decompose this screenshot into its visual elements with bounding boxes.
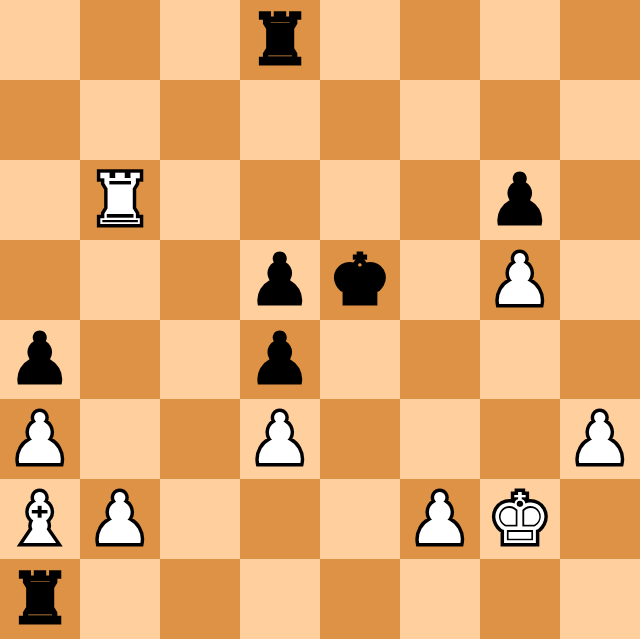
square-d7[interactable] [240, 80, 320, 160]
square-e2[interactable] [320, 479, 400, 559]
square-a3[interactable] [0, 399, 80, 479]
black-pawn-g6[interactable] [485, 165, 555, 235]
square-c7[interactable] [160, 80, 240, 160]
square-e5[interactable] [320, 240, 400, 320]
square-c5[interactable] [160, 240, 240, 320]
square-f5[interactable] [400, 240, 480, 320]
square-g5[interactable] [480, 240, 560, 320]
white-pawn-h3[interactable] [565, 404, 635, 474]
square-h4[interactable] [560, 320, 640, 400]
square-a8[interactable] [0, 0, 80, 80]
square-f1[interactable] [400, 559, 480, 639]
square-g6[interactable] [480, 160, 560, 240]
square-d1[interactable] [240, 559, 320, 639]
square-g7[interactable] [480, 80, 560, 160]
black-pawn-a4[interactable] [5, 324, 75, 394]
chess-board [0, 0, 640, 639]
black-king-e5[interactable] [325, 245, 395, 315]
white-pawn-g5[interactable] [485, 245, 555, 315]
square-e6[interactable] [320, 160, 400, 240]
square-a1[interactable] [0, 559, 80, 639]
black-rook-a1[interactable] [5, 564, 75, 634]
square-e8[interactable] [320, 0, 400, 80]
square-f2[interactable] [400, 479, 480, 559]
square-b5[interactable] [80, 240, 160, 320]
square-g1[interactable] [480, 559, 560, 639]
black-rook-d8[interactable] [245, 5, 315, 75]
square-c3[interactable] [160, 399, 240, 479]
white-pawn-d3[interactable] [245, 404, 315, 474]
square-f3[interactable] [400, 399, 480, 479]
white-pawn-a3[interactable] [5, 404, 75, 474]
square-f8[interactable] [400, 0, 480, 80]
square-f4[interactable] [400, 320, 480, 400]
square-d5[interactable] [240, 240, 320, 320]
square-d4[interactable] [240, 320, 320, 400]
chess-board-wrapper [0, 0, 640, 639]
black-pawn-d5[interactable] [245, 245, 315, 315]
square-b2[interactable] [80, 479, 160, 559]
square-a2[interactable] [0, 479, 80, 559]
square-d6[interactable] [240, 160, 320, 240]
square-a5[interactable] [0, 240, 80, 320]
square-b7[interactable] [80, 80, 160, 160]
square-h8[interactable] [560, 0, 640, 80]
white-king-g2[interactable] [485, 484, 555, 554]
black-pawn-d4[interactable] [245, 324, 315, 394]
white-pawn-f2[interactable] [405, 484, 475, 554]
square-a4[interactable] [0, 320, 80, 400]
square-c4[interactable] [160, 320, 240, 400]
square-h3[interactable] [560, 399, 640, 479]
square-h5[interactable] [560, 240, 640, 320]
square-b1[interactable] [80, 559, 160, 639]
square-h7[interactable] [560, 80, 640, 160]
square-d3[interactable] [240, 399, 320, 479]
square-h1[interactable] [560, 559, 640, 639]
square-a7[interactable] [0, 80, 80, 160]
square-b8[interactable] [80, 0, 160, 80]
square-e7[interactable] [320, 80, 400, 160]
square-b3[interactable] [80, 399, 160, 479]
square-a6[interactable] [0, 160, 80, 240]
square-b4[interactable] [80, 320, 160, 400]
square-c2[interactable] [160, 479, 240, 559]
square-c1[interactable] [160, 559, 240, 639]
square-g3[interactable] [480, 399, 560, 479]
white-pawn-b2[interactable] [85, 484, 155, 554]
square-e3[interactable] [320, 399, 400, 479]
square-e4[interactable] [320, 320, 400, 400]
square-f7[interactable] [400, 80, 480, 160]
square-c8[interactable] [160, 0, 240, 80]
square-g4[interactable] [480, 320, 560, 400]
square-h6[interactable] [560, 160, 640, 240]
square-d8[interactable] [240, 0, 320, 80]
square-h2[interactable] [560, 479, 640, 559]
square-f6[interactable] [400, 160, 480, 240]
square-d2[interactable] [240, 479, 320, 559]
square-g8[interactable] [480, 0, 560, 80]
white-rook-b6[interactable] [85, 165, 155, 235]
square-g2[interactable] [480, 479, 560, 559]
square-b6[interactable] [80, 160, 160, 240]
square-e1[interactable] [320, 559, 400, 639]
square-c6[interactable] [160, 160, 240, 240]
white-bishop-a2[interactable] [5, 484, 75, 554]
